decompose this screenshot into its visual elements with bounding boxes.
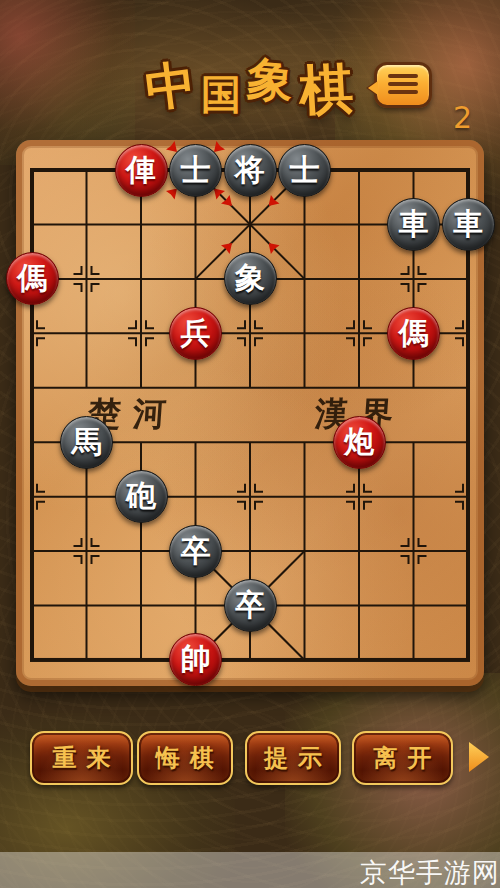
- menu-button[interactable]: [374, 62, 432, 108]
- piece-red-horse[interactable]: 傌: [387, 307, 440, 360]
- undo-move-button[interactable]: 悔棋: [137, 731, 233, 785]
- title-char: 棋: [298, 53, 358, 129]
- title-char: 国: [201, 67, 243, 122]
- piece-black-advisor[interactable]: 士: [169, 144, 222, 197]
- piece-red-chariot[interactable]: 俥: [115, 144, 168, 197]
- piece-black-chariot[interactable]: 車: [442, 198, 495, 251]
- title-char: 象: [245, 48, 298, 114]
- piece-black-soldier[interactable]: 卒: [224, 579, 277, 632]
- xiangqi-board[interactable]: 楚河 漢界 俥士将士車車傌象兵傌馬炮砲卒卒帥: [16, 140, 484, 686]
- piece-red-cannon[interactable]: 炮: [333, 416, 386, 469]
- piece-black-elephant[interactable]: 象: [224, 252, 277, 305]
- xiangqi-app: 中国象棋 2 楚河 漢界 俥士将士車車傌象兵傌馬炮砲卒卒帥 重来 悔棋 提示 离…: [0, 0, 500, 888]
- piece-black-chariot[interactable]: 車: [387, 198, 440, 251]
- restart-button[interactable]: 重来: [30, 731, 133, 785]
- title-char: 中: [142, 50, 202, 123]
- leave-button[interactable]: 离开: [352, 731, 453, 785]
- menu-bubble-tail: [368, 81, 378, 95]
- footer-toolbar: 重来 悔棋 提示 离开: [0, 725, 500, 795]
- next-page-arrow-icon[interactable]: [469, 742, 489, 772]
- watermark-band: 京华手游网: [0, 852, 500, 888]
- move-counter: 2: [453, 100, 472, 135]
- piece-black-horse[interactable]: 馬: [60, 416, 113, 469]
- piece-black-advisor[interactable]: 士: [278, 144, 331, 197]
- header: 中国象棋 2: [0, 0, 500, 150]
- piece-red-horse[interactable]: 傌: [6, 252, 59, 305]
- piece-black-cannon[interactable]: 砲: [115, 470, 168, 523]
- hint-button[interactable]: 提示: [245, 731, 341, 785]
- piece-black-general[interactable]: 将: [224, 144, 277, 197]
- menu-icon: [388, 74, 418, 98]
- watermark-text: 京华手游网: [360, 855, 500, 888]
- piece-black-soldier[interactable]: 卒: [169, 525, 222, 578]
- piece-red-soldier[interactable]: 兵: [169, 307, 222, 360]
